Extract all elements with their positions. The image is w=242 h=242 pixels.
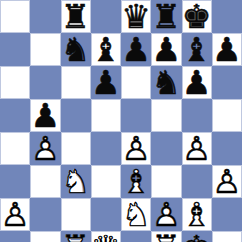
square-h2[interactable] bbox=[212, 198, 242, 231]
white-bishop-outline-glyph: ♗ bbox=[121, 165, 151, 198]
square-g1[interactable]: ♚♔ bbox=[182, 231, 212, 242]
square-g8[interactable]: ♚ bbox=[182, 0, 212, 33]
square-d6[interactable]: ♟ bbox=[91, 66, 121, 99]
piece-black-rook: ♜ bbox=[151, 0, 181, 33]
square-e7[interactable]: ♟ bbox=[121, 33, 151, 66]
square-d8[interactable] bbox=[91, 0, 121, 33]
square-b4[interactable]: ♟♙ bbox=[30, 132, 60, 165]
piece-white-king: ♚♔ bbox=[182, 231, 212, 242]
square-a6[interactable] bbox=[0, 66, 30, 99]
piece-black-pawn: ♟ bbox=[212, 33, 242, 66]
square-b8[interactable] bbox=[30, 0, 60, 33]
square-c7[interactable]: ♞ bbox=[61, 33, 91, 66]
piece-white-bishop: ♝♗ bbox=[182, 198, 212, 231]
square-g6[interactable]: ♟ bbox=[182, 66, 212, 99]
piece-white-pawn: ♟♙ bbox=[212, 165, 242, 198]
white-rook-outline-glyph: ♖ bbox=[61, 231, 91, 242]
white-pawn-outline-glyph: ♙ bbox=[31, 132, 61, 165]
square-h7[interactable]: ♟ bbox=[212, 33, 242, 66]
square-h3[interactable]: ♟♙ bbox=[212, 165, 242, 198]
square-d2[interactable] bbox=[91, 198, 121, 231]
piece-black-king: ♚ bbox=[182, 0, 212, 33]
square-g5[interactable] bbox=[182, 99, 212, 132]
square-b6[interactable] bbox=[30, 66, 60, 99]
piece-black-queen: ♛ bbox=[121, 0, 151, 33]
piece-black-knight: ♞ bbox=[61, 33, 91, 66]
square-h6[interactable] bbox=[212, 66, 242, 99]
white-pawn-outline-glyph: ♙ bbox=[212, 165, 242, 198]
piece-white-pawn: ♟♙ bbox=[0, 198, 30, 231]
piece-black-pawn: ♟ bbox=[182, 66, 212, 99]
square-d7[interactable]: ♝ bbox=[91, 33, 121, 66]
square-g4[interactable]: ♟♙ bbox=[182, 132, 212, 165]
piece-black-bishop: ♝ bbox=[91, 33, 121, 66]
square-e2[interactable]: ♞♘ bbox=[121, 198, 151, 231]
square-b7[interactable] bbox=[30, 33, 60, 66]
square-e8[interactable]: ♛ bbox=[121, 0, 151, 33]
square-a5[interactable] bbox=[0, 99, 30, 132]
white-knight-outline-glyph: ♘ bbox=[121, 198, 151, 231]
square-g7[interactable]: ♝ bbox=[182, 33, 212, 66]
square-f3[interactable] bbox=[151, 165, 181, 198]
square-b1[interactable] bbox=[30, 231, 60, 242]
white-rook-outline-glyph: ♖ bbox=[152, 231, 182, 242]
piece-black-bishop: ♝ bbox=[182, 33, 212, 66]
square-c6[interactable] bbox=[61, 66, 91, 99]
piece-white-rook: ♜♖ bbox=[151, 231, 181, 242]
white-bishop-outline-glyph: ♗ bbox=[182, 198, 212, 231]
chess-board: ♜♛♜♚♞♝♟♟♝♟♟♞♟♟♟♙♟♙♟♙♞♘♝♗♟♙♟♙♞♘♟♙♝♗♜♖♛♕♜♖… bbox=[0, 0, 242, 242]
piece-black-knight: ♞ bbox=[151, 66, 181, 99]
white-knight-outline-glyph: ♘ bbox=[61, 165, 91, 198]
square-h1[interactable] bbox=[212, 231, 242, 242]
white-pawn-outline-glyph: ♙ bbox=[0, 198, 30, 231]
square-e5[interactable] bbox=[121, 99, 151, 132]
square-e3[interactable]: ♝♗ bbox=[121, 165, 151, 198]
square-h8[interactable] bbox=[212, 0, 242, 33]
square-d3[interactable] bbox=[91, 165, 121, 198]
square-e6[interactable] bbox=[121, 66, 151, 99]
square-c8[interactable]: ♜ bbox=[61, 0, 91, 33]
square-a8[interactable] bbox=[0, 0, 30, 33]
square-d1[interactable]: ♛♕ bbox=[91, 231, 121, 242]
square-c5[interactable] bbox=[61, 99, 91, 132]
square-c2[interactable] bbox=[61, 198, 91, 231]
piece-white-pawn: ♟♙ bbox=[182, 132, 212, 165]
square-a3[interactable] bbox=[0, 165, 30, 198]
square-f8[interactable]: ♜ bbox=[151, 0, 181, 33]
white-pawn-outline-glyph: ♙ bbox=[121, 132, 151, 165]
piece-white-knight: ♞♘ bbox=[121, 198, 151, 231]
square-b2[interactable] bbox=[30, 198, 60, 231]
piece-white-bishop: ♝♗ bbox=[121, 165, 151, 198]
square-h4[interactable] bbox=[212, 132, 242, 165]
square-a4[interactable] bbox=[0, 132, 30, 165]
square-g2[interactable]: ♝♗ bbox=[182, 198, 212, 231]
piece-white-pawn: ♟♙ bbox=[121, 132, 151, 165]
square-a7[interactable] bbox=[0, 33, 30, 66]
square-d4[interactable] bbox=[91, 132, 121, 165]
white-queen-outline-glyph: ♕ bbox=[91, 231, 121, 242]
piece-white-knight: ♞♘ bbox=[61, 165, 91, 198]
square-e1[interactable] bbox=[121, 231, 151, 242]
square-c1[interactable]: ♜♖ bbox=[61, 231, 91, 242]
piece-white-rook: ♜♖ bbox=[61, 231, 91, 242]
square-c4[interactable] bbox=[61, 132, 91, 165]
square-g3[interactable] bbox=[182, 165, 212, 198]
piece-white-pawn: ♟♙ bbox=[30, 132, 60, 165]
white-pawn-outline-glyph: ♙ bbox=[152, 198, 182, 231]
square-f5[interactable] bbox=[151, 99, 181, 132]
square-e4[interactable]: ♟♙ bbox=[121, 132, 151, 165]
square-h5[interactable] bbox=[212, 99, 242, 132]
square-f1[interactable]: ♜♖ bbox=[151, 231, 181, 242]
white-king-outline-glyph: ♔ bbox=[182, 231, 212, 242]
piece-white-pawn: ♟♙ bbox=[151, 198, 181, 231]
piece-black-pawn: ♟ bbox=[30, 99, 60, 132]
square-d5[interactable] bbox=[91, 99, 121, 132]
square-c3[interactable]: ♞♘ bbox=[61, 165, 91, 198]
piece-white-queen: ♛♕ bbox=[91, 231, 121, 242]
white-pawn-outline-glyph: ♙ bbox=[182, 132, 212, 165]
piece-black-pawn: ♟ bbox=[121, 33, 151, 66]
square-f7[interactable]: ♟ bbox=[151, 33, 181, 66]
square-f4[interactable] bbox=[151, 132, 181, 165]
piece-black-rook: ♜ bbox=[61, 0, 91, 33]
piece-black-pawn: ♟ bbox=[91, 66, 121, 99]
square-b3[interactable] bbox=[30, 165, 60, 198]
square-f2[interactable]: ♟♙ bbox=[151, 198, 181, 231]
square-a2[interactable]: ♟♙ bbox=[0, 198, 30, 231]
piece-black-pawn: ♟ bbox=[151, 33, 181, 66]
square-b5[interactable]: ♟ bbox=[30, 99, 60, 132]
square-f6[interactable]: ♞ bbox=[151, 66, 181, 99]
square-a1[interactable] bbox=[0, 231, 30, 242]
